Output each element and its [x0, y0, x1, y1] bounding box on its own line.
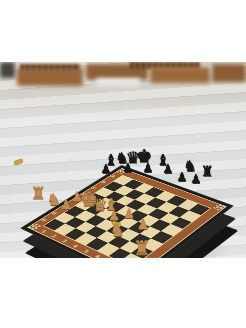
rank-label: 6	[92, 254, 103, 258]
photo-area: ABCDEFGH 12345678	[0, 62, 246, 258]
background-chess-board-1	[17, 68, 83, 86]
background-chess-board-3	[150, 67, 210, 83]
background-white-sheet	[96, 78, 140, 86]
background-chess-board-4	[212, 64, 246, 82]
background-pieces-row-1	[20, 64, 80, 70]
product-photo-chess-set: ABCDEFGH 12345678 ♚♞♛♝♝♞♟♟♟♟♜♟♟♜♟♞♚♟♝♛♟♟…	[0, 0, 246, 328]
background-shelf-dark-box	[0, 62, 15, 78]
